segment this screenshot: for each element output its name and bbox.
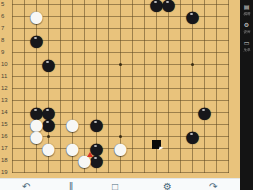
stone-highlight [190,133,193,135]
row-coordinate-label: 18 [1,157,11,163]
pause-icon[interactable]: ‖ [69,182,73,190]
sidebar-button-label: 设置 [243,29,250,34]
stone-highlight [166,1,169,3]
stop-icon[interactable]: □ [112,182,118,190]
black-stone: ● [187,11,199,23]
stone-highlight [94,121,97,123]
row-coordinate-label: 16 [1,133,11,139]
white-stone: ● [67,119,79,131]
stone-highlight [34,37,37,39]
stone-highlight [94,145,97,147]
right-toolbar: ▤棋谱⚙设置▭菜单 [240,0,253,190]
stone-highlight [94,157,97,159]
black-stone: ● [31,35,43,47]
stone-highlight [46,109,49,111]
black-stone: ● [91,119,103,131]
sidebar-button-2[interactable]: ⚙设置 [240,19,253,37]
row-coordinate-label: 6 [1,13,11,19]
grid-hline [12,100,229,101]
row-coordinate-label: 15 [1,121,11,127]
sidebar-button-1[interactable]: ▤棋谱 [240,1,253,19]
grid-hline [12,160,229,161]
cursor-icon [158,146,163,151]
grid-hline [12,88,229,89]
last-move-marker [87,152,93,157]
star-point [119,135,122,138]
row-coordinate-label: 5 [1,1,11,7]
stone-highlight [190,13,193,15]
grid-hline [12,28,229,29]
row-coordinate-label: 10 [1,61,11,67]
star-point [47,135,50,138]
stone-highlight [154,1,157,3]
grid-hline [12,52,229,53]
cursor-square-marker [152,140,161,149]
row-coordinate-label: 11 [1,73,11,79]
game-record-icon: ▤ [244,4,250,11]
sidebar-button-3[interactable]: ▭菜单 [240,37,253,55]
black-stone: ● [187,131,199,143]
star-point [119,63,122,66]
go-board[interactable]: 5678910111213141516171819●●●●●●●●●●●●●●●… [0,0,240,178]
grid-hline [12,172,229,173]
redo-icon[interactable]: ↷ [209,182,217,190]
grid-hline [12,40,229,41]
sidebar-button-label: 棋谱 [243,11,250,16]
gear-icon: ⚙ [244,22,249,29]
row-coordinate-label: 7 [1,25,11,31]
white-stone: ● [67,143,79,155]
row-coordinate-label: 17 [1,145,11,151]
black-stone: ● [199,107,211,119]
white-stone: ● [31,131,43,143]
sidebar-button-label: 菜单 [243,47,250,52]
row-coordinate-label: 8 [1,37,11,43]
undo-icon[interactable]: ↶ [22,182,30,190]
row-coordinate-label: 13 [1,97,11,103]
bottom-toolbar: ↶‖□⚙↷ [0,178,240,190]
exit-icon: ▭ [244,40,250,47]
star-point [191,63,194,66]
white-stone: ● [43,143,55,155]
white-stone: ● [115,143,127,155]
settings-icon[interactable]: ⚙ [163,182,172,190]
grid-hline [12,4,229,5]
go-app-screen: 5678910111213141516171819●●●●●●●●●●●●●●●… [0,0,253,190]
row-coordinate-label: 12 [1,85,11,91]
row-coordinate-label: 19 [1,169,11,175]
stone-highlight [202,109,205,111]
row-coordinate-label: 14 [1,109,11,115]
stone-highlight [34,109,37,111]
black-stone: ● [43,119,55,131]
grid-hline [12,76,229,77]
stone-highlight [46,121,49,123]
white-stone: ● [31,11,43,23]
black-stone: ● [43,59,55,71]
row-coordinate-label: 9 [1,49,11,55]
stone-highlight [46,61,49,63]
black-stone: ● [163,0,175,11]
